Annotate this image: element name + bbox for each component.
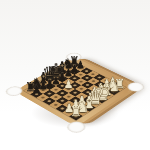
white-pawn-d5[interactable]: ♟ [64, 81, 74, 92]
chess-set-photo: ♜♞♝♛♚♝♞♜♟♟♟♟♟♟♟♟♟♟♟♟♟♟♟♟♜♞♝♛♚♝♞♜ [0, 0, 150, 150]
black-pawn-a7[interactable]: ♟ [32, 85, 42, 96]
white-rook-a1[interactable]: ♜ [70, 106, 82, 119]
corner-notch [3, 85, 26, 98]
corner-notch [124, 81, 147, 94]
